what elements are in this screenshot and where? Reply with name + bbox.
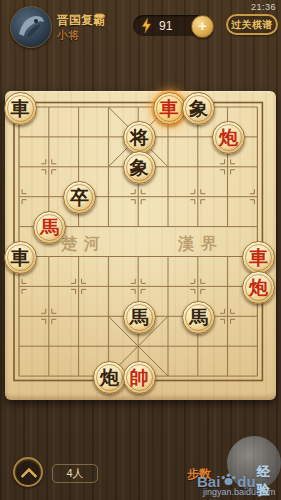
add-energy-button[interactable]: +: [191, 15, 214, 38]
players-count-badge: 4人: [52, 464, 98, 483]
energy-value: 91: [159, 19, 172, 33]
piece-black-file5-rank7[interactable]: 馬: [123, 301, 156, 334]
xiangqi-board[interactable]: 楚河 漢界 車車象将炮象卒馬車車炮馬馬炮帥: [5, 91, 276, 400]
piece-black-file1-rank0[interactable]: 車: [4, 92, 37, 125]
xiangqi-app: 21:36 晋国复霸 小将 91 + 过关棋谱 楚河 漢界 車車象将炮象卒馬車車…: [0, 0, 281, 500]
piece-red-file9-rank5[interactable]: 車: [242, 241, 275, 274]
piece-red-file5-rank9[interactable]: 帥: [123, 361, 156, 394]
player-name: 晋国复霸: [57, 12, 105, 29]
piece-red-file6-rank0[interactable]: 車: [153, 92, 186, 125]
pieces-layer: 車車象将炮象卒馬車車炮馬馬炮帥: [5, 91, 276, 400]
piece-black-file7-rank7[interactable]: 馬: [182, 301, 215, 334]
piece-black-file1-rank5[interactable]: 車: [4, 241, 37, 274]
piece-black-file5-rank2[interactable]: 象: [123, 151, 156, 184]
avatar-warrior-icon: [15, 12, 47, 42]
lightning-icon: [141, 18, 152, 37]
piece-red-file2-rank4[interactable]: 馬: [33, 211, 66, 244]
piece-black-file4-rank9[interactable]: 炮: [93, 361, 126, 394]
piece-black-file5-rank1[interactable]: 将: [123, 121, 156, 154]
chevron-up-icon: [21, 468, 38, 485]
piece-black-file3-rank3[interactable]: 卒: [63, 181, 96, 214]
watermark-site-url: jingyan.baidu.com: [203, 487, 276, 497]
piece-red-file9-rank6[interactable]: 炮: [242, 271, 275, 304]
clock-time: 21:36: [251, 2, 276, 12]
player-avatar[interactable]: [10, 6, 52, 48]
expand-menu-button[interactable]: [13, 457, 43, 487]
player-rank: 小将: [57, 28, 79, 43]
piece-black-file7-rank0[interactable]: 象: [182, 92, 215, 125]
piece-red-file8-rank1[interactable]: 炮: [212, 121, 245, 154]
stage-puzzles-button[interactable]: 过关棋谱: [226, 14, 278, 35]
